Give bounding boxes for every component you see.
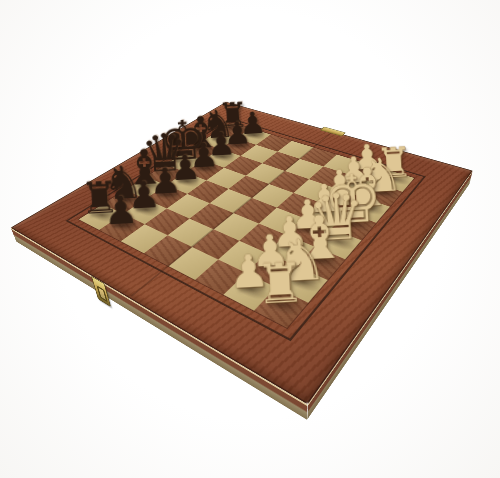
black-pawn-glyph: ♟ — [103, 191, 139, 231]
product-photo-scene: ♜♞♝♛♚♝♞♜♟♟♟♟♟♟♟♟♟♟♟♟♟♟♟♟♜♞♝♛♚♝♞♜ — [0, 0, 500, 478]
brass-hinge — [320, 127, 347, 137]
board-top-face: ♜♞♝♛♚♝♞♜♟♟♟♟♟♟♟♟♟♟♟♟♟♟♟♟♜♞♝♛♚♝♞♜ — [11, 102, 473, 405]
clasp-loop — [96, 285, 107, 302]
white-rook-glyph: ♜ — [254, 255, 306, 312]
brass-clasp — [91, 275, 111, 307]
